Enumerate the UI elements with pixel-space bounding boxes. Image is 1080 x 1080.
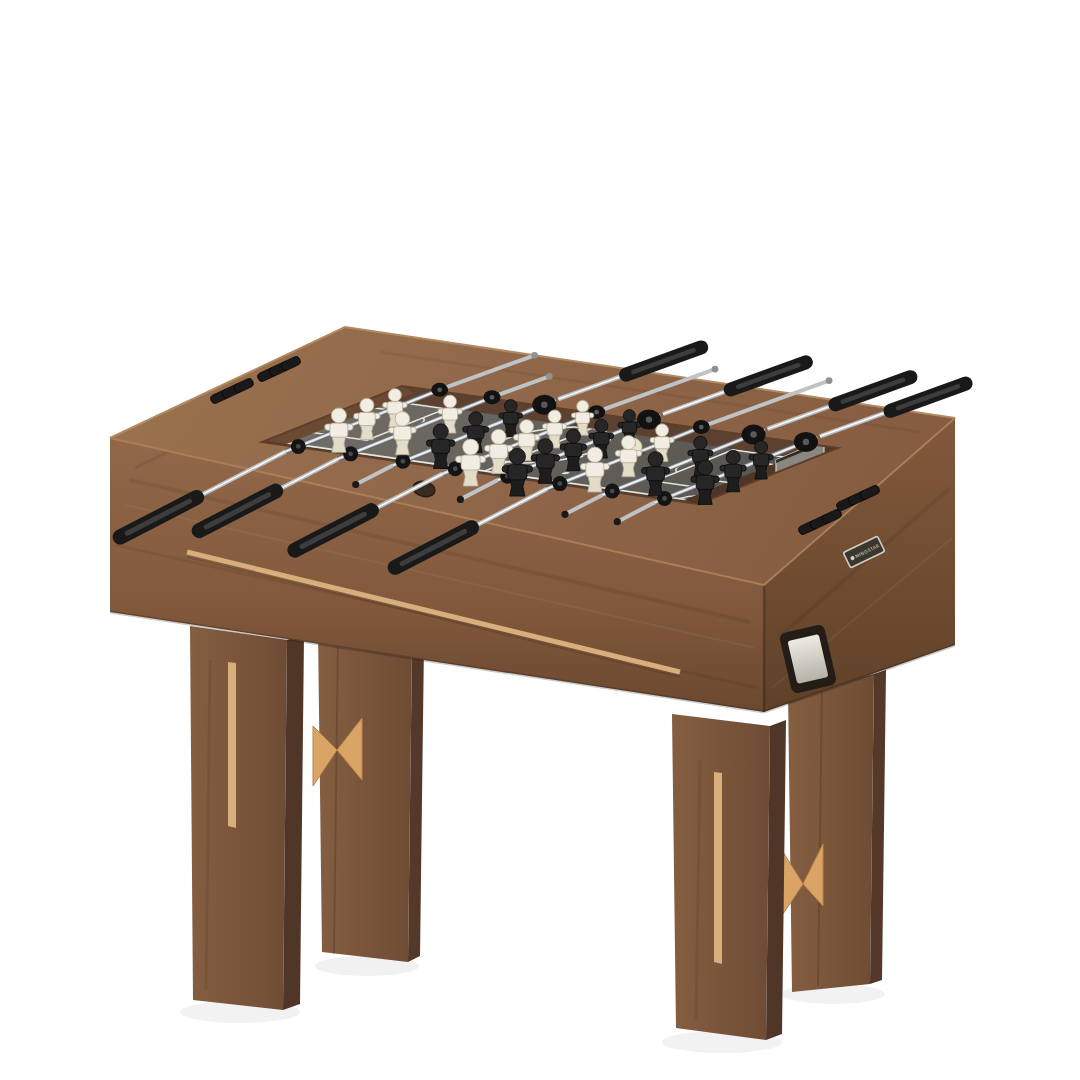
rod-end-knob — [561, 511, 568, 518]
rod-end-cap — [546, 373, 553, 380]
foosball-table: MINGSTAR — [0, 0, 1080, 1080]
leg-back-left — [318, 630, 412, 962]
rod-end-cap — [531, 352, 538, 359]
leg-assembly-right — [672, 670, 886, 1040]
leg-front-left — [190, 626, 287, 1010]
gold-inlay-strip-left-leg — [228, 662, 236, 828]
rod-end-knob — [457, 496, 464, 503]
leg-back-right — [788, 674, 874, 992]
rod-end-cap — [826, 377, 833, 384]
rod-end-knob — [614, 518, 621, 525]
gold-inlay-strip-right-leg — [714, 772, 722, 964]
rod-end-cap — [712, 366, 719, 373]
rod-end-knob — [352, 481, 359, 488]
product-photo-stage: MINGSTAR — [0, 0, 1080, 1080]
